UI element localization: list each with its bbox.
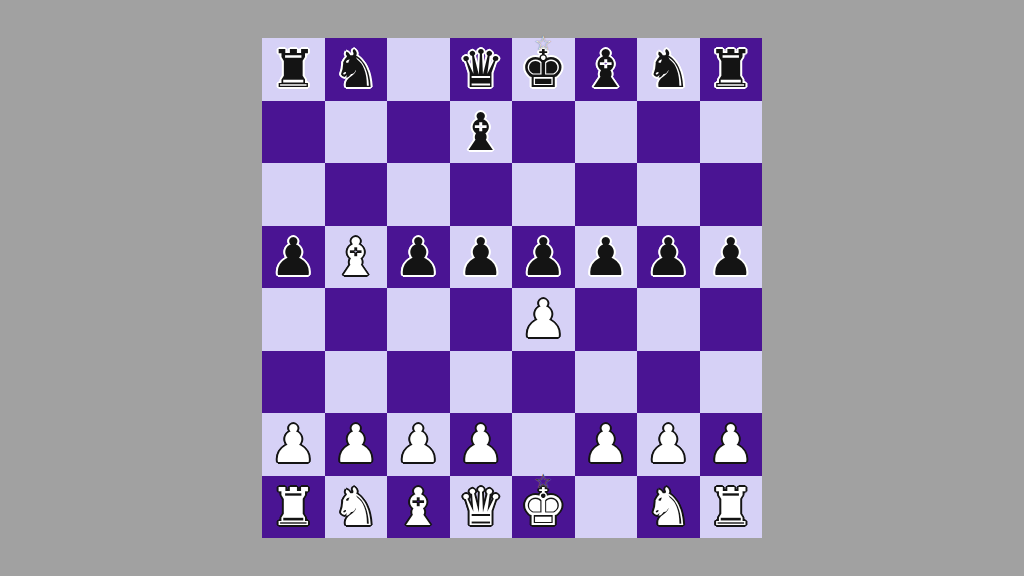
square-h6[interactable]: [700, 163, 763, 226]
square-e1[interactable]: ♚☆: [512, 476, 575, 539]
square-h2[interactable]: ♟: [700, 413, 763, 476]
square-a2[interactable]: ♟: [262, 413, 325, 476]
square-b1[interactable]: ♞: [325, 476, 388, 539]
piece-black-queen[interactable]: ♛: [457, 43, 504, 95]
square-f3[interactable]: [575, 351, 638, 414]
piece-black-bishop[interactable]: ♝: [457, 106, 504, 158]
square-f8[interactable]: ♝: [575, 38, 638, 101]
piece-black-knight[interactable]: ♞: [645, 43, 692, 95]
square-h5[interactable]: ♟: [700, 226, 763, 289]
square-c4[interactable]: [387, 288, 450, 351]
desktop-background: ♜♞♛♚☆♝♞♜♝♟♝♟♟♟♟♟♟♟♟♟♟♟♟♟♟♜♞♝♛♚☆♞♜: [0, 0, 1024, 576]
square-c1[interactable]: ♝: [387, 476, 450, 539]
square-e5[interactable]: ♟: [512, 226, 575, 289]
piece-black-knight[interactable]: ♞: [332, 43, 379, 95]
square-e6[interactable]: [512, 163, 575, 226]
square-g5[interactable]: ♟: [637, 226, 700, 289]
piece-black-pawn[interactable]: ♟: [645, 231, 692, 283]
piece-white-queen[interactable]: ♛: [457, 481, 504, 533]
square-a6[interactable]: [262, 163, 325, 226]
square-g3[interactable]: [637, 351, 700, 414]
piece-white-rook[interactable]: ♜: [707, 481, 754, 533]
square-b8[interactable]: ♞: [325, 38, 388, 101]
square-e3[interactable]: [512, 351, 575, 414]
square-f1[interactable]: [575, 476, 638, 539]
piece-black-pawn[interactable]: ♟: [707, 231, 754, 283]
square-c8[interactable]: [387, 38, 450, 101]
piece-white-pawn[interactable]: ♟: [457, 418, 504, 470]
square-g2[interactable]: ♟: [637, 413, 700, 476]
square-c5[interactable]: ♟: [387, 226, 450, 289]
square-b3[interactable]: [325, 351, 388, 414]
square-c7[interactable]: [387, 101, 450, 164]
king-star-icon: ☆: [534, 33, 552, 53]
square-h1[interactable]: ♜: [700, 476, 763, 539]
square-a3[interactable]: [262, 351, 325, 414]
piece-white-pawn[interactable]: ♟: [707, 418, 754, 470]
square-a7[interactable]: [262, 101, 325, 164]
square-b6[interactable]: [325, 163, 388, 226]
square-g4[interactable]: [637, 288, 700, 351]
piece-white-bishop[interactable]: ♝: [332, 231, 379, 283]
square-f2[interactable]: ♟: [575, 413, 638, 476]
square-d8[interactable]: ♛: [450, 38, 513, 101]
square-e4[interactable]: ♟: [512, 288, 575, 351]
square-a4[interactable]: [262, 288, 325, 351]
square-b5[interactable]: ♝: [325, 226, 388, 289]
square-b4[interactable]: [325, 288, 388, 351]
piece-black-pawn[interactable]: ♟: [457, 231, 504, 283]
square-c3[interactable]: [387, 351, 450, 414]
square-g7[interactable]: [637, 101, 700, 164]
square-a8[interactable]: ♜: [262, 38, 325, 101]
square-g6[interactable]: [637, 163, 700, 226]
square-e8[interactable]: ♚☆: [512, 38, 575, 101]
square-d1[interactable]: ♛: [450, 476, 513, 539]
square-e7[interactable]: [512, 101, 575, 164]
piece-black-bishop[interactable]: ♝: [582, 43, 629, 95]
piece-white-pawn[interactable]: ♟: [520, 293, 567, 345]
piece-white-pawn[interactable]: ♟: [395, 418, 442, 470]
square-f5[interactable]: ♟: [575, 226, 638, 289]
piece-black-pawn[interactable]: ♟: [520, 231, 567, 283]
piece-white-pawn[interactable]: ♟: [582, 418, 629, 470]
piece-white-bishop[interactable]: ♝: [395, 481, 442, 533]
square-d5[interactable]: ♟: [450, 226, 513, 289]
square-c2[interactable]: ♟: [387, 413, 450, 476]
square-g8[interactable]: ♞: [637, 38, 700, 101]
square-h7[interactable]: [700, 101, 763, 164]
piece-black-pawn[interactable]: ♟: [270, 231, 317, 283]
square-e2[interactable]: [512, 413, 575, 476]
piece-black-pawn[interactable]: ♟: [582, 231, 629, 283]
chess-board: ♜♞♛♚☆♝♞♜♝♟♝♟♟♟♟♟♟♟♟♟♟♟♟♟♟♜♞♝♛♚☆♞♜: [262, 38, 762, 538]
piece-white-rook[interactable]: ♜: [270, 481, 317, 533]
square-b7[interactable]: [325, 101, 388, 164]
piece-white-pawn[interactable]: ♟: [332, 418, 379, 470]
piece-white-knight[interactable]: ♞: [645, 481, 692, 533]
square-h4[interactable]: [700, 288, 763, 351]
square-f7[interactable]: [575, 101, 638, 164]
square-d3[interactable]: [450, 351, 513, 414]
piece-white-knight[interactable]: ♞: [332, 481, 379, 533]
piece-white-pawn[interactable]: ♟: [645, 418, 692, 470]
square-b2[interactable]: ♟: [325, 413, 388, 476]
piece-black-pawn[interactable]: ♟: [395, 231, 442, 283]
square-g1[interactable]: ♞: [637, 476, 700, 539]
square-h3[interactable]: [700, 351, 763, 414]
square-f6[interactable]: [575, 163, 638, 226]
square-a1[interactable]: ♜: [262, 476, 325, 539]
square-a5[interactable]: ♟: [262, 226, 325, 289]
square-h8[interactable]: ♜: [700, 38, 763, 101]
piece-white-pawn[interactable]: ♟: [270, 418, 317, 470]
piece-black-rook[interactable]: ♜: [270, 43, 317, 95]
piece-black-rook[interactable]: ♜: [707, 43, 754, 95]
king-star-icon: ☆: [534, 471, 552, 491]
square-d2[interactable]: ♟: [450, 413, 513, 476]
square-d6[interactable]: [450, 163, 513, 226]
square-c6[interactable]: [387, 163, 450, 226]
square-d4[interactable]: [450, 288, 513, 351]
square-d7[interactable]: ♝: [450, 101, 513, 164]
square-f4[interactable]: [575, 288, 638, 351]
